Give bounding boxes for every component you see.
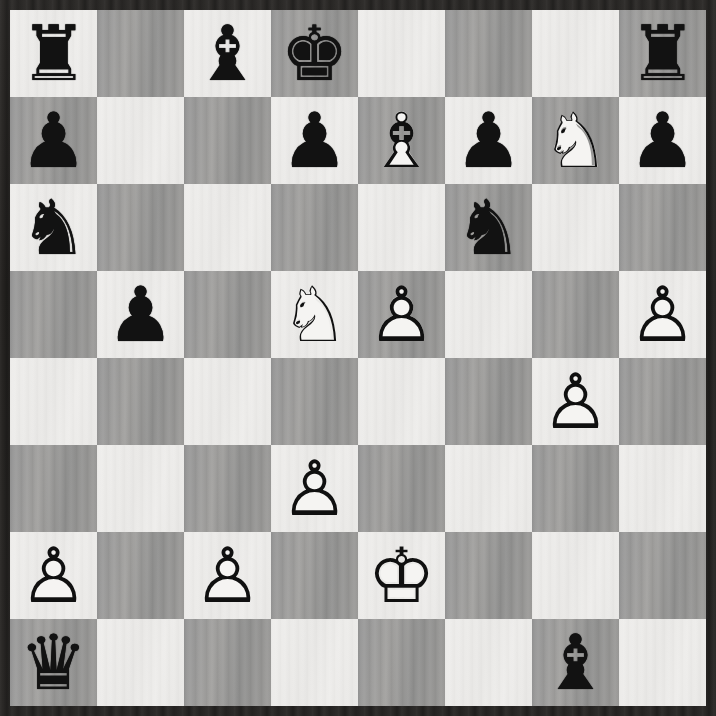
square-h2[interactable] (619, 532, 706, 619)
square-b6[interactable] (97, 184, 184, 271)
piece-white-knight[interactable]: ♞♘ (271, 271, 358, 358)
square-e5[interactable]: ♟♙ (358, 271, 445, 358)
square-f4[interactable] (445, 358, 532, 445)
square-g6[interactable] (532, 184, 619, 271)
piece-black-rook[interactable]: ♜ (10, 10, 97, 97)
square-e8[interactable] (358, 10, 445, 97)
piece-black-pawn[interactable]: ♟ (10, 97, 97, 184)
square-a5[interactable] (10, 271, 97, 358)
square-d5[interactable]: ♞♘ (271, 271, 358, 358)
square-h4[interactable] (619, 358, 706, 445)
square-b4[interactable] (97, 358, 184, 445)
square-e7[interactable]: ♝♗ (358, 97, 445, 184)
square-d2[interactable] (271, 532, 358, 619)
square-c2[interactable]: ♟♙ (184, 532, 271, 619)
square-h6[interactable] (619, 184, 706, 271)
white-piece-outline-layer: ♙ (10, 532, 97, 619)
square-g4[interactable]: ♟♙ (532, 358, 619, 445)
white-piece-outline-layer: ♙ (184, 532, 271, 619)
piece-black-king[interactable]: ♚ (271, 10, 358, 97)
square-a8[interactable]: ♜ (10, 10, 97, 97)
piece-white-bishop[interactable]: ♝♗ (358, 97, 445, 184)
square-f1[interactable] (445, 619, 532, 706)
piece-black-knight[interactable]: ♞ (445, 184, 532, 271)
square-e4[interactable] (358, 358, 445, 445)
square-e1[interactable] (358, 619, 445, 706)
white-piece-outline-layer: ♙ (532, 358, 619, 445)
square-c6[interactable] (184, 184, 271, 271)
board-frame: ♜♝♚♜♟♟♝♗♟♞♘♟♞♞♟♞♘♟♙♟♙♟♙♟♙♟♙♟♙♚♔♛♝ (0, 0, 716, 716)
square-a4[interactable] (10, 358, 97, 445)
square-g1[interactable]: ♝ (532, 619, 619, 706)
piece-white-pawn[interactable]: ♟♙ (271, 445, 358, 532)
white-piece-outline-layer: ♔ (358, 532, 445, 619)
square-h8[interactable]: ♜ (619, 10, 706, 97)
square-f8[interactable] (445, 10, 532, 97)
piece-black-pawn[interactable]: ♟ (445, 97, 532, 184)
square-f2[interactable] (445, 532, 532, 619)
white-piece-outline-layer: ♘ (532, 97, 619, 184)
square-c3[interactable] (184, 445, 271, 532)
square-d4[interactable] (271, 358, 358, 445)
piece-white-pawn[interactable]: ♟♙ (619, 271, 706, 358)
piece-black-pawn[interactable]: ♟ (271, 97, 358, 184)
square-g3[interactable] (532, 445, 619, 532)
piece-white-knight[interactable]: ♞♘ (532, 97, 619, 184)
piece-white-pawn[interactable]: ♟♙ (532, 358, 619, 445)
piece-white-pawn[interactable]: ♟♙ (358, 271, 445, 358)
piece-white-pawn[interactable]: ♟♙ (10, 532, 97, 619)
square-h7[interactable]: ♟ (619, 97, 706, 184)
piece-black-queen[interactable]: ♛ (10, 619, 97, 706)
square-a6[interactable]: ♞ (10, 184, 97, 271)
square-d8[interactable]: ♚ (271, 10, 358, 97)
square-e2[interactable]: ♚♔ (358, 532, 445, 619)
square-f5[interactable] (445, 271, 532, 358)
piece-black-rook[interactable]: ♜ (619, 10, 706, 97)
piece-black-pawn[interactable]: ♟ (97, 271, 184, 358)
square-b8[interactable] (97, 10, 184, 97)
square-f3[interactable] (445, 445, 532, 532)
square-c5[interactable] (184, 271, 271, 358)
white-piece-outline-layer: ♘ (271, 271, 358, 358)
square-e6[interactable] (358, 184, 445, 271)
chess-board: ♜♝♚♜♟♟♝♗♟♞♘♟♞♞♟♞♘♟♙♟♙♟♙♟♙♟♙♟♙♚♔♛♝ (10, 10, 706, 706)
piece-black-pawn[interactable]: ♟ (619, 97, 706, 184)
square-a1[interactable]: ♛ (10, 619, 97, 706)
square-c8[interactable]: ♝ (184, 10, 271, 97)
square-d7[interactable]: ♟ (271, 97, 358, 184)
square-a3[interactable] (10, 445, 97, 532)
square-c4[interactable] (184, 358, 271, 445)
square-h5[interactable]: ♟♙ (619, 271, 706, 358)
square-d1[interactable] (271, 619, 358, 706)
square-h1[interactable] (619, 619, 706, 706)
square-a7[interactable]: ♟ (10, 97, 97, 184)
square-g2[interactable] (532, 532, 619, 619)
square-b2[interactable] (97, 532, 184, 619)
square-g7[interactable]: ♞♘ (532, 97, 619, 184)
white-piece-outline-layer: ♙ (358, 271, 445, 358)
square-d3[interactable]: ♟♙ (271, 445, 358, 532)
square-f6[interactable]: ♞ (445, 184, 532, 271)
square-b5[interactable]: ♟ (97, 271, 184, 358)
white-piece-outline-layer: ♙ (619, 271, 706, 358)
piece-black-bishop[interactable]: ♝ (532, 619, 619, 706)
square-g8[interactable] (532, 10, 619, 97)
square-h3[interactable] (619, 445, 706, 532)
square-f7[interactable]: ♟ (445, 97, 532, 184)
white-piece-outline-layer: ♗ (358, 97, 445, 184)
piece-white-king[interactable]: ♚♔ (358, 532, 445, 619)
square-e3[interactable] (358, 445, 445, 532)
piece-black-knight[interactable]: ♞ (10, 184, 97, 271)
square-b7[interactable] (97, 97, 184, 184)
square-c7[interactable] (184, 97, 271, 184)
square-b3[interactable] (97, 445, 184, 532)
piece-black-bishop[interactable]: ♝ (184, 10, 271, 97)
square-g5[interactable] (532, 271, 619, 358)
square-b1[interactable] (97, 619, 184, 706)
piece-white-pawn[interactable]: ♟♙ (184, 532, 271, 619)
square-d6[interactable] (271, 184, 358, 271)
white-piece-outline-layer: ♙ (271, 445, 358, 532)
square-a2[interactable]: ♟♙ (10, 532, 97, 619)
square-c1[interactable] (184, 619, 271, 706)
